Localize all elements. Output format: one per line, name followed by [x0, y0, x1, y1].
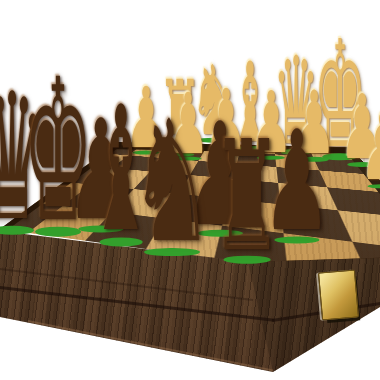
dark-rook-glyph: ♜ — [212, 121, 283, 273]
product-photo: ♛♚♟♝♞♟♜♟♟♜♟♞♟♝♟♛♟♚♟♟ — [0, 0, 380, 380]
piece-dark-rook: ♜ — [179, 121, 315, 273]
pieces-layer: ♛♚♟♝♞♟♜♟♟♜♟♞♟♝♟♛♟♚♟♟ — [0, 0, 380, 380]
light-pawn-glyph: ♟ — [360, 102, 380, 194]
